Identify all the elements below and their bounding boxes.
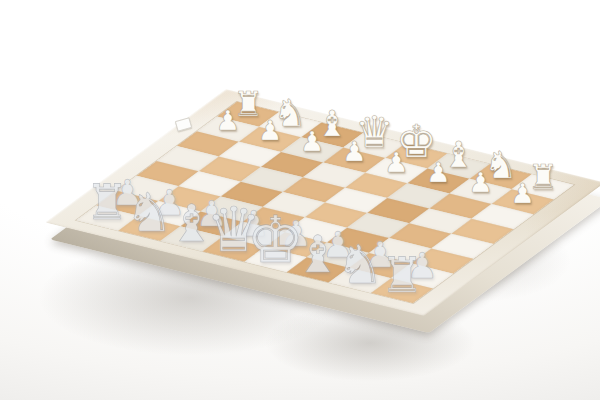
piece-white-pawn: ♟ (468, 169, 493, 196)
piece-white-pawn: ♟ (426, 159, 451, 186)
piece-white-pawn: ♟ (300, 128, 325, 155)
square-h8: ♜ (371, 278, 433, 303)
piece-frosted-rook: ♜ (380, 252, 424, 301)
piece-white-pawn: ♟ (258, 117, 283, 144)
product-photo-scene: ♜♞♝♛♚♝♞♜♟♟♟♟♟♟♟♟♟♟♟♟♟♟♟♟♜♞♝♛♚♝♞♜ (0, 0, 600, 400)
piece-frosted-knight: ♞ (125, 186, 173, 239)
piece-frosted-knight: ♞ (336, 238, 384, 291)
piece-white-pawn: ♟ (510, 180, 535, 207)
piece-frosted-bishop: ♝ (295, 229, 341, 280)
piece-white-pawn: ♟ (342, 138, 367, 165)
piece-frosted-rook: ♜ (85, 179, 129, 228)
piece-white-pawn: ♟ (384, 149, 409, 176)
piece-white-pawn: ♟ (216, 107, 241, 134)
chess-board: ♜♞♝♛♚♝♞♜♟♟♟♟♟♟♟♟♟♟♟♟♟♟♟♟♜♞♝♛♚♝♞♜ (45, 89, 600, 316)
